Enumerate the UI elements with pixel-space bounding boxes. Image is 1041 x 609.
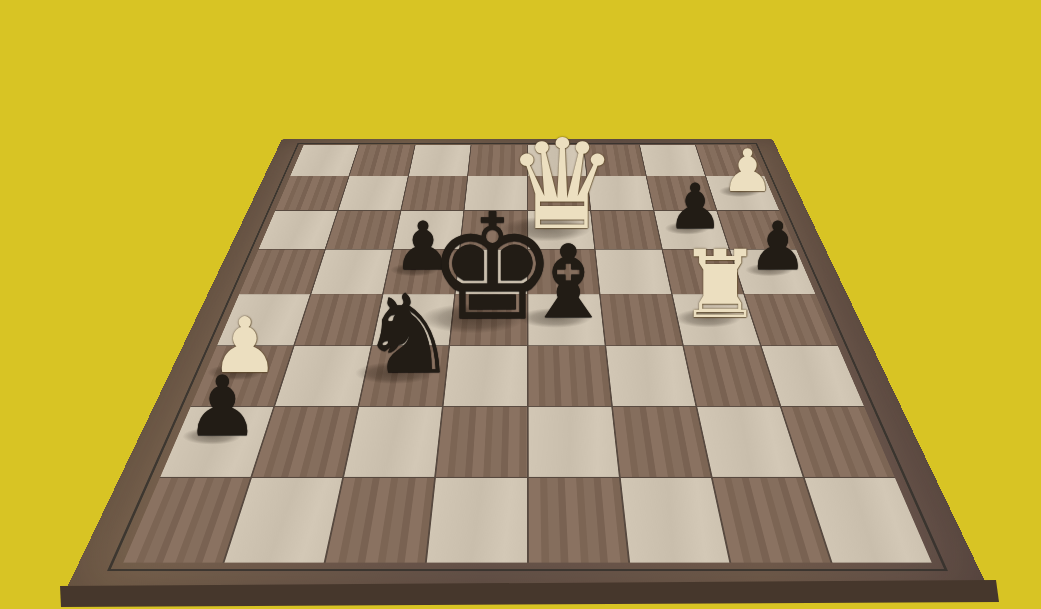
square-b8[interactable] (350, 145, 415, 175)
piece-white-pawn-h7[interactable]: ♟ (721, 141, 774, 200)
square-b6[interactable] (326, 211, 400, 250)
square-d1[interactable] (427, 478, 526, 563)
square-c2[interactable] (344, 406, 442, 476)
square-e1[interactable] (528, 478, 627, 563)
square-e3[interactable] (528, 346, 611, 405)
square-c1[interactable] (326, 478, 435, 563)
square-a8[interactable] (290, 145, 358, 175)
square-b7[interactable] (339, 176, 408, 210)
piece-black-pawn-g6[interactable]: ♟ (667, 175, 723, 237)
piece-white-rook-g4[interactable]: ♜ (678, 238, 762, 332)
scene-background: ♛♟♜♟♚♝♞♟♟♟♟ (0, 0, 1041, 609)
square-c8[interactable] (409, 145, 471, 175)
square-f1[interactable] (620, 478, 729, 563)
square-e2[interactable] (528, 406, 618, 476)
square-d2[interactable] (436, 406, 526, 476)
piece-black-bishop-e4[interactable]: ♝ (523, 232, 614, 333)
square-f2[interactable] (613, 406, 711, 476)
piece-black-pawn-a2[interactable]: ♟ (185, 366, 259, 449)
piece-black-knight-c3[interactable]: ♞ (360, 280, 458, 389)
square-f3[interactable] (606, 346, 695, 405)
